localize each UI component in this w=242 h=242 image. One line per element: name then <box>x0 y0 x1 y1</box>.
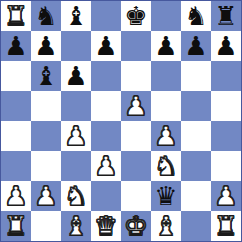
piece-white-king: ♚ <box>124 213 147 239</box>
square-h3[interactable] <box>211 151 241 181</box>
square-a5[interactable] <box>1 91 31 121</box>
square-e1[interactable]: ♚ <box>121 211 151 241</box>
piece-black-pawn: ♟ <box>214 33 237 59</box>
square-b1[interactable] <box>31 211 61 241</box>
piece-white-rook: ♜ <box>4 3 27 29</box>
square-e7[interactable] <box>121 31 151 61</box>
piece-white-pawn: ♟ <box>64 123 87 149</box>
square-e4[interactable] <box>121 121 151 151</box>
square-h8[interactable]: ♜ <box>211 1 241 31</box>
square-h4[interactable] <box>211 121 241 151</box>
piece-black-pawn: ♟ <box>184 33 207 59</box>
square-a7[interactable]: ♟ <box>1 31 31 61</box>
piece-black-bishop: ♝ <box>34 63 57 89</box>
square-h7[interactable]: ♟ <box>211 31 241 61</box>
square-c4[interactable]: ♟ <box>61 121 91 151</box>
square-b7[interactable]: ♟ <box>31 31 61 61</box>
square-d2[interactable] <box>91 181 121 211</box>
square-a1[interactable]: ♜ <box>1 211 31 241</box>
piece-white-pawn: ♟ <box>34 183 57 209</box>
square-f8[interactable] <box>151 1 181 31</box>
piece-black-knight: ♞ <box>184 3 207 29</box>
piece-white-queen: ♛ <box>94 213 117 239</box>
square-b4[interactable] <box>31 121 61 151</box>
square-g2[interactable] <box>181 181 211 211</box>
square-d8[interactable] <box>91 1 121 31</box>
piece-white-knight: ♞ <box>154 153 177 179</box>
square-f6[interactable] <box>151 61 181 91</box>
piece-black-king: ♚ <box>124 3 147 29</box>
square-h2[interactable]: ♟ <box>211 181 241 211</box>
piece-white-bishop: ♝ <box>154 213 177 239</box>
piece-white-pawn: ♟ <box>94 153 117 179</box>
square-f5[interactable] <box>151 91 181 121</box>
square-e6[interactable] <box>121 61 151 91</box>
square-d3[interactable]: ♟ <box>91 151 121 181</box>
square-b5[interactable] <box>31 91 61 121</box>
square-b8[interactable]: ♞ <box>31 1 61 31</box>
square-g8[interactable]: ♞ <box>181 1 211 31</box>
square-d4[interactable] <box>91 121 121 151</box>
piece-black-pawn: ♟ <box>4 33 27 59</box>
square-b2[interactable]: ♟ <box>31 181 61 211</box>
piece-white-pawn: ♟ <box>124 93 147 119</box>
square-c8[interactable]: ♝ <box>61 1 91 31</box>
square-a3[interactable] <box>1 151 31 181</box>
square-b3[interactable] <box>31 151 61 181</box>
square-a6[interactable] <box>1 61 31 91</box>
piece-white-rook: ♜ <box>214 213 237 239</box>
piece-black-pawn: ♟ <box>64 63 87 89</box>
piece-white-rook: ♜ <box>4 213 27 239</box>
square-a2[interactable]: ♟ <box>1 181 31 211</box>
square-c5[interactable] <box>61 91 91 121</box>
chess-board: ♜♞♝♚♞♜♟♟♟♟♟♟♝♟♟♟♟♟♞♟♟♞♛♟♜♝♛♚♝♜ <box>0 0 242 242</box>
square-g6[interactable] <box>181 61 211 91</box>
square-a4[interactable] <box>1 121 31 151</box>
square-e8[interactable]: ♚ <box>121 1 151 31</box>
piece-black-pawn: ♟ <box>34 33 57 59</box>
square-d7[interactable]: ♟ <box>91 31 121 61</box>
piece-white-pawn: ♟ <box>154 123 177 149</box>
piece-white-pawn: ♟ <box>214 183 237 209</box>
piece-white-pawn: ♟ <box>4 183 27 209</box>
piece-black-bishop: ♝ <box>64 3 87 29</box>
square-f4[interactable]: ♟ <box>151 121 181 151</box>
square-c7[interactable] <box>61 31 91 61</box>
square-d1[interactable]: ♛ <box>91 211 121 241</box>
square-g5[interactable] <box>181 91 211 121</box>
square-f3[interactable]: ♞ <box>151 151 181 181</box>
square-c6[interactable]: ♟ <box>61 61 91 91</box>
square-c3[interactable] <box>61 151 91 181</box>
square-d6[interactable] <box>91 61 121 91</box>
piece-black-pawn: ♟ <box>94 33 117 59</box>
piece-black-rook: ♜ <box>214 3 237 29</box>
square-e3[interactable] <box>121 151 151 181</box>
square-c2[interactable]: ♞ <box>61 181 91 211</box>
square-b6[interactable]: ♝ <box>31 61 61 91</box>
square-e5[interactable]: ♟ <box>121 91 151 121</box>
square-g7[interactable]: ♟ <box>181 31 211 61</box>
piece-black-pawn: ♟ <box>154 33 177 59</box>
square-g1[interactable] <box>181 211 211 241</box>
square-f2[interactable]: ♛ <box>151 181 181 211</box>
square-d5[interactable] <box>91 91 121 121</box>
square-e2[interactable] <box>121 181 151 211</box>
square-h1[interactable]: ♜ <box>211 211 241 241</box>
piece-white-knight: ♞ <box>64 183 87 209</box>
square-h5[interactable] <box>211 91 241 121</box>
square-h6[interactable] <box>211 61 241 91</box>
square-c1[interactable]: ♝ <box>61 211 91 241</box>
square-f7[interactable]: ♟ <box>151 31 181 61</box>
square-f1[interactable]: ♝ <box>151 211 181 241</box>
square-g3[interactable] <box>181 151 211 181</box>
piece-black-queen: ♛ <box>154 183 177 209</box>
piece-black-knight: ♞ <box>34 3 57 29</box>
square-a8[interactable]: ♜ <box>1 1 31 31</box>
square-g4[interactable] <box>181 121 211 151</box>
piece-white-bishop: ♝ <box>64 213 87 239</box>
